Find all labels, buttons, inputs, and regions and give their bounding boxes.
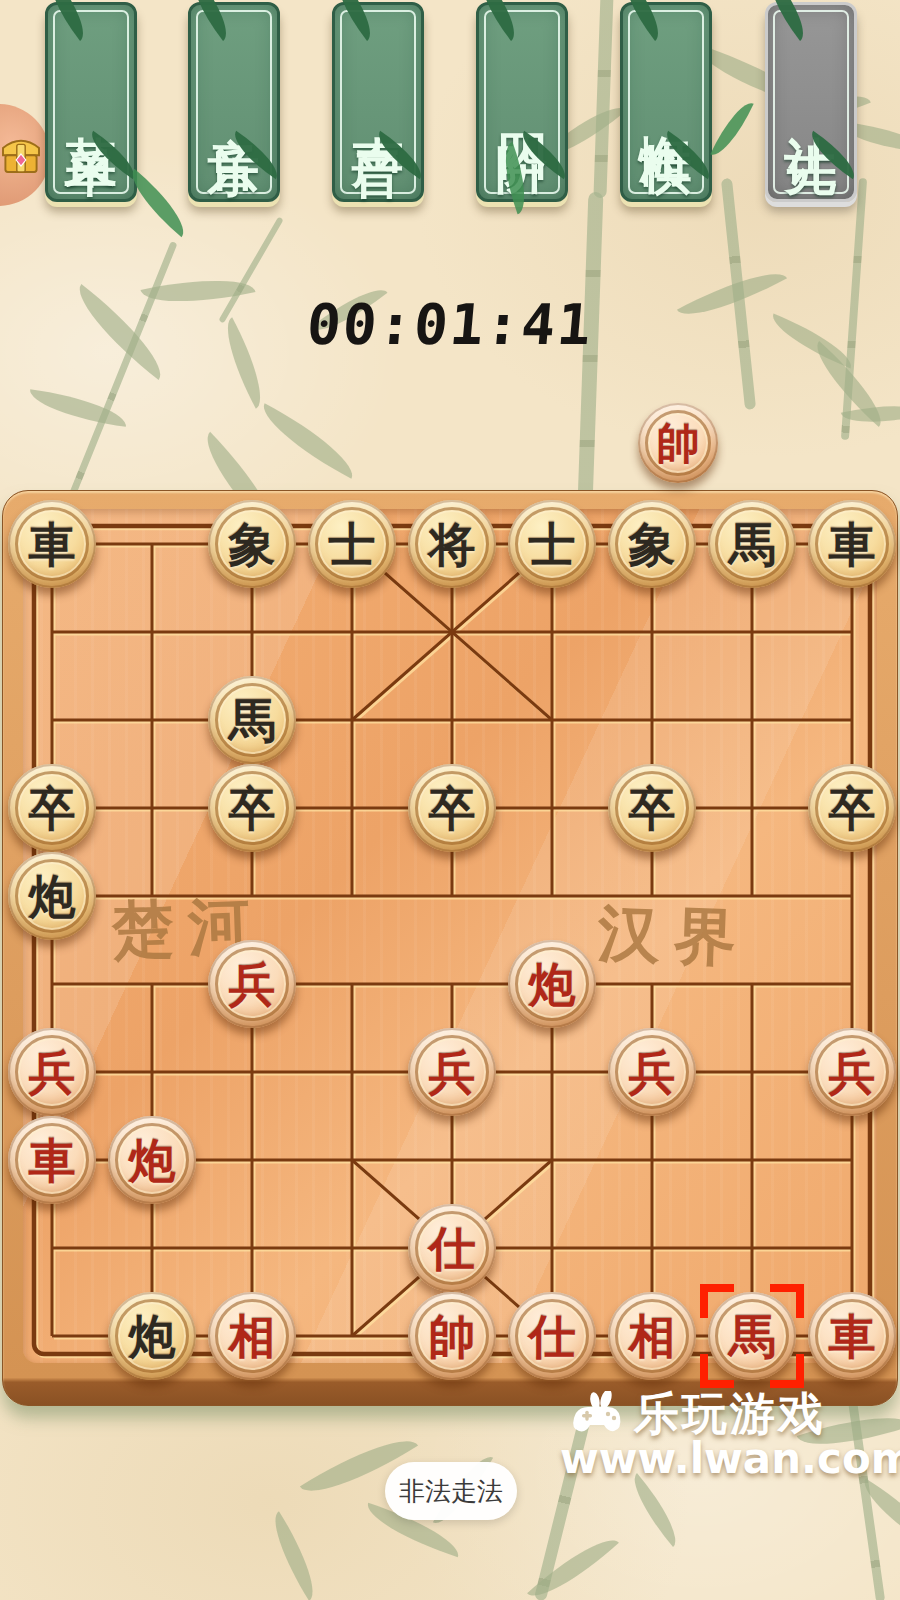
piece-black-c1r1[interactable]: 車 (8, 500, 96, 588)
piece-red-c7r7[interactable]: 兵 (608, 1028, 696, 1116)
piece-red-c8r10[interactable]: 馬 (708, 1292, 796, 1380)
piece-black-c2r10[interactable]: 炮 (108, 1292, 196, 1380)
piece-glyph: 兵 (29, 1049, 76, 1096)
piece-black-c5r4[interactable]: 卒 (408, 764, 496, 852)
piece-black-c6r1[interactable]: 士 (508, 500, 596, 588)
piece-black-c8r1[interactable]: 馬 (708, 500, 796, 588)
piece-glyph: 卒 (629, 785, 676, 832)
piece-glyph: 仕 (529, 1313, 576, 1360)
piece-black-c9r1[interactable]: 車 (808, 500, 896, 588)
piece-glyph: 車 (29, 1137, 76, 1184)
piece-glyph: 将 (429, 521, 476, 568)
bamboo-leaf (252, 403, 363, 479)
piece-glyph: 卒 (829, 785, 876, 832)
piece-red-c5r7[interactable]: 兵 (408, 1028, 496, 1116)
game-screen: 菜单 音乐 声音 四阶 悔棋 让先 00:01:41 帥 楚河 汉界 車象士将士… (0, 0, 900, 1600)
river-label-right: 汉界 (597, 891, 752, 980)
piece-glyph: 卒 (29, 785, 76, 832)
piece-red-c2r8[interactable]: 炮 (108, 1116, 196, 1204)
piece-black-c3r1[interactable]: 象 (208, 500, 296, 588)
piece-glyph: 象 (229, 521, 276, 568)
bamboo-leaf (765, 314, 859, 369)
bamboo-stalk (65, 241, 177, 505)
game-timer: 00:01:41 (297, 292, 603, 357)
bamboo-stalk (593, 0, 613, 198)
piece-black-c1r4[interactable]: 卒 (8, 764, 96, 852)
piece-red-c6r6[interactable]: 炮 (508, 940, 596, 1028)
bamboo-leaf (260, 1511, 327, 1600)
piece-glyph: 象 (629, 521, 676, 568)
piece-black-c9r4[interactable]: 卒 (808, 764, 896, 852)
piece-black-c4r1[interactable]: 士 (308, 500, 396, 588)
piece-glyph: 炮 (129, 1313, 176, 1360)
bamboo-leaf (622, 1473, 689, 1547)
piece-glyph: 相 (229, 1313, 276, 1360)
piece-glyph: 兵 (829, 1049, 876, 1096)
piece-red-c5r10[interactable]: 帥 (408, 1292, 496, 1380)
piece-glyph: 炮 (529, 961, 576, 1008)
piece-glyph: 車 (829, 1313, 876, 1360)
piece-black-c7r4[interactable]: 卒 (608, 764, 696, 852)
piece-black-c3r3[interactable]: 馬 (208, 676, 296, 764)
piece-glyph: 卒 (429, 785, 476, 832)
piece-red-c5r9[interactable]: 仕 (408, 1204, 496, 1292)
piece-glyph: 炮 (29, 873, 76, 920)
piece-red-c3r6[interactable]: 兵 (208, 940, 296, 1028)
treasure-chest-button[interactable] (0, 104, 50, 206)
piece-red-c1r7[interactable]: 兵 (8, 1028, 96, 1116)
piece-red-c7r10[interactable]: 相 (608, 1292, 696, 1380)
treasure-chest-icon (0, 130, 45, 178)
floating-piece-glyph: 帥 (657, 422, 700, 465)
piece-red-c1r8[interactable]: 車 (8, 1116, 96, 1204)
piece-glyph: 士 (329, 521, 376, 568)
piece-red-c9r10[interactable]: 車 (808, 1292, 896, 1380)
piece-glyph: 馬 (729, 1313, 776, 1360)
gamepad-icon (568, 1391, 624, 1437)
piece-glyph: 車 (829, 521, 876, 568)
watermark-url: www.lwan.com (560, 1434, 890, 1483)
piece-red-c3r10[interactable]: 相 (208, 1292, 296, 1380)
piece-glyph: 炮 (129, 1137, 176, 1184)
piece-glyph: 仕 (429, 1225, 476, 1272)
piece-glyph: 卒 (229, 785, 276, 832)
piece-glyph: 相 (629, 1313, 676, 1360)
piece-glyph: 兵 (429, 1049, 476, 1096)
tablet-leaf (710, 96, 753, 162)
piece-glyph: 帥 (429, 1313, 476, 1360)
piece-glyph: 馬 (729, 521, 776, 568)
bamboo-leaf (213, 317, 276, 409)
piece-black-c5r1[interactable]: 将 (408, 500, 496, 588)
piece-glyph: 馬 (229, 697, 276, 744)
piece-glyph: 兵 (229, 961, 276, 1008)
piece-glyph: 兵 (629, 1049, 676, 1096)
piece-black-c1r5[interactable]: 炮 (8, 852, 96, 940)
piece-black-c7r1[interactable]: 象 (608, 500, 696, 588)
piece-red-c6r10[interactable]: 仕 (508, 1292, 596, 1380)
floating-red-general-piece: 帥 (638, 403, 718, 483)
bamboo-stalk (218, 217, 283, 324)
bamboo-leaf (527, 1525, 619, 1600)
piece-glyph: 士 (529, 521, 576, 568)
piece-red-c9r7[interactable]: 兵 (808, 1028, 896, 1116)
piece-black-c3r4[interactable]: 卒 (208, 764, 296, 852)
illegal-move-toast: 非法走法 (385, 1462, 517, 1520)
toast-text: 非法走法 (399, 1474, 503, 1509)
piece-glyph: 車 (29, 521, 76, 568)
